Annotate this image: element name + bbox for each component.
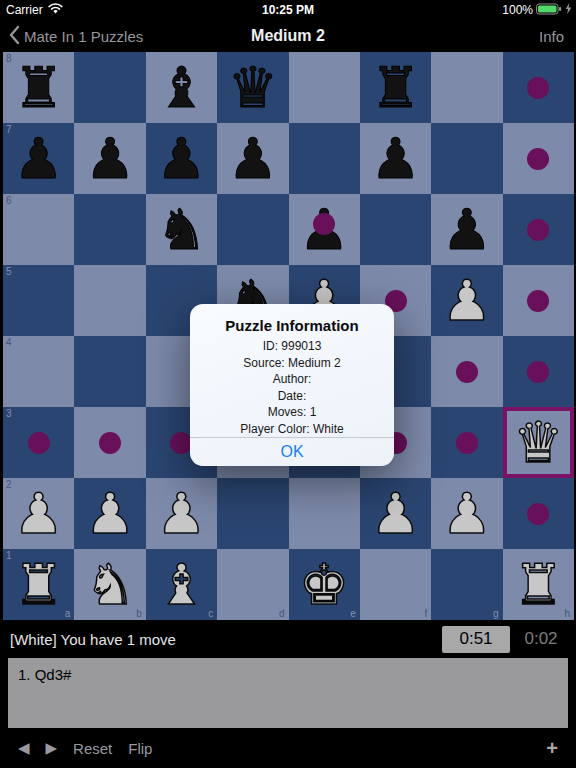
dialog-line-moves: Moves: 1 xyxy=(190,404,394,421)
square-c8[interactable]: ♝ xyxy=(146,52,217,123)
timer-secondary: 0:02 xyxy=(510,629,572,649)
white-pawn: ♟ xyxy=(74,478,145,549)
square-g3[interactable] xyxy=(431,407,502,478)
square-a1[interactable]: 1a♜ xyxy=(3,549,74,620)
square-h8[interactable] xyxy=(503,52,574,123)
battery-icon xyxy=(536,3,562,18)
ok-button[interactable]: OK xyxy=(190,438,394,466)
file-label-g: g xyxy=(493,608,499,619)
timer-main: 0:51 xyxy=(442,626,510,653)
turn-bar: [White] You have 1 move 0:51 0:02 xyxy=(0,620,576,658)
square-b6[interactable] xyxy=(74,194,145,265)
white-king: ♚ xyxy=(289,549,360,620)
move-dot xyxy=(99,432,121,454)
white-bishop: ♝ xyxy=(146,549,217,620)
white-pawn: ♟ xyxy=(431,478,502,549)
square-b3[interactable] xyxy=(74,407,145,478)
rank-label-5: 5 xyxy=(6,266,12,277)
black-rook: ♜ xyxy=(360,52,431,123)
move-dot xyxy=(527,148,549,170)
square-c1[interactable]: c♝ xyxy=(146,549,217,620)
file-label-f: f xyxy=(424,608,427,619)
file-label-d: d xyxy=(279,608,285,619)
move-dot xyxy=(28,432,50,454)
square-g8[interactable] xyxy=(431,52,502,123)
black-pawn: ♟ xyxy=(360,123,431,194)
white-pawn: ♟ xyxy=(146,478,217,549)
next-move-button[interactable]: ▶ xyxy=(46,739,58,757)
wifi-icon xyxy=(48,3,63,17)
chevron-left-icon xyxy=(8,25,20,48)
turn-message: [White] You have 1 move xyxy=(10,631,176,648)
square-g6[interactable]: ♟ xyxy=(431,194,502,265)
rank-label-4: 4 xyxy=(6,337,12,348)
back-button[interactable]: Mate In 1 Puzzles xyxy=(8,25,143,48)
square-a5[interactable]: 5 xyxy=(3,265,74,336)
dialog-title: Puzzle Information xyxy=(190,317,394,334)
square-b5[interactable] xyxy=(74,265,145,336)
square-d6[interactable] xyxy=(217,194,288,265)
white-queen: ♛ xyxy=(503,407,574,478)
dialog-line-author: Author: xyxy=(190,371,394,388)
square-b1[interactable]: b♞ xyxy=(74,549,145,620)
dialog-line-id: ID: 999013 xyxy=(190,338,394,355)
white-pawn: ♟ xyxy=(360,478,431,549)
white-rook: ♜ xyxy=(503,549,574,620)
white-rook: ♜ xyxy=(3,549,74,620)
square-a7[interactable]: 7♟ xyxy=(3,123,74,194)
move-dot xyxy=(527,219,549,241)
square-f7[interactable]: ♟ xyxy=(360,123,431,194)
square-e8[interactable] xyxy=(289,52,360,123)
black-pawn: ♟ xyxy=(3,123,74,194)
square-e7[interactable] xyxy=(289,123,360,194)
dialog-line-source: Source: Medium 2 xyxy=(190,355,394,372)
square-h6[interactable] xyxy=(503,194,574,265)
square-d8[interactable]: ♛ xyxy=(217,52,288,123)
rank-label-3: 3 xyxy=(6,408,12,419)
black-pawn: ♟ xyxy=(146,123,217,194)
square-h1[interactable]: h♜ xyxy=(503,549,574,620)
toolbar: ◀ ▶ Reset Flip + xyxy=(0,728,576,768)
prev-move-button[interactable]: ◀ xyxy=(18,739,30,757)
white-knight: ♞ xyxy=(74,549,145,620)
move-text: 1. Qd3# xyxy=(18,666,71,683)
white-pawn: ♟ xyxy=(431,265,502,336)
battery-percent: 100% xyxy=(502,3,533,17)
reset-button[interactable]: Reset xyxy=(73,740,112,757)
square-g5[interactable]: ♟ xyxy=(431,265,502,336)
square-g1[interactable]: g xyxy=(431,549,502,620)
clock: 10:25 PM xyxy=(0,3,576,17)
square-e6[interactable]: ♟ xyxy=(289,194,360,265)
square-b8[interactable] xyxy=(74,52,145,123)
square-g4[interactable] xyxy=(431,336,502,407)
dialog-line-date: Date: xyxy=(190,388,394,405)
move-dot xyxy=(313,213,335,235)
square-d2[interactable] xyxy=(217,478,288,549)
move-dot xyxy=(527,77,549,99)
square-c2[interactable]: ♟ xyxy=(146,478,217,549)
black-bishop: ♝ xyxy=(146,52,217,123)
black-knight: ♞ xyxy=(146,194,217,265)
square-f2[interactable]: ♟ xyxy=(360,478,431,549)
square-b2[interactable]: ♟ xyxy=(74,478,145,549)
square-e1[interactable]: e♚ xyxy=(289,549,360,620)
status-bar: Carrier 10:25 PM 100% xyxy=(0,0,576,20)
black-rook: ♜ xyxy=(3,52,74,123)
square-h7[interactable] xyxy=(503,123,574,194)
move-dot xyxy=(456,361,478,383)
square-c7[interactable]: ♟ xyxy=(146,123,217,194)
square-g7[interactable] xyxy=(431,123,502,194)
black-pawn: ♟ xyxy=(217,123,288,194)
square-a3[interactable]: 3 xyxy=(3,407,74,478)
square-d7[interactable]: ♟ xyxy=(217,123,288,194)
square-g2[interactable]: ♟ xyxy=(431,478,502,549)
puzzle-info-dialog: Puzzle Information ID: 999013 Source: Me… xyxy=(190,304,394,466)
black-queen: ♛ xyxy=(217,52,288,123)
square-a8[interactable]: 8♜ xyxy=(3,52,74,123)
dialog-line-player-color: Player Color: White xyxy=(190,421,394,438)
square-a4[interactable]: 4 xyxy=(3,336,74,407)
square-f8[interactable]: ♜ xyxy=(360,52,431,123)
move-dot xyxy=(527,361,549,383)
back-label: Mate In 1 Puzzles xyxy=(24,28,143,45)
square-f1[interactable]: f xyxy=(360,549,431,620)
square-c6[interactable]: ♞ xyxy=(146,194,217,265)
move-dot xyxy=(527,290,549,312)
square-h5[interactable] xyxy=(503,265,574,336)
carrier-label: Carrier xyxy=(6,3,43,17)
black-pawn: ♟ xyxy=(74,123,145,194)
square-b4[interactable] xyxy=(74,336,145,407)
rank-label-6: 6 xyxy=(6,195,12,206)
square-f6[interactable] xyxy=(360,194,431,265)
info-button[interactable]: Info xyxy=(539,28,564,45)
square-h4[interactable] xyxy=(503,336,574,407)
square-h3[interactable]: ♛ xyxy=(503,407,574,478)
square-a2[interactable]: 2♟ xyxy=(3,478,74,549)
square-d1[interactable]: d xyxy=(217,549,288,620)
move-dot xyxy=(456,432,478,454)
move-dot xyxy=(527,503,549,525)
add-button[interactable]: + xyxy=(546,737,558,760)
white-pawn: ♟ xyxy=(3,478,74,549)
nav-bar: Mate In 1 Puzzles Medium 2 Info xyxy=(0,20,576,52)
square-a6[interactable]: 6 xyxy=(3,194,74,265)
square-e2[interactable] xyxy=(289,478,360,549)
square-h2[interactable] xyxy=(503,478,574,549)
square-b7[interactable]: ♟ xyxy=(74,123,145,194)
move-list[interactable]: 1. Qd3# xyxy=(8,658,568,728)
black-pawn: ♟ xyxy=(431,194,502,265)
flip-button[interactable]: Flip xyxy=(128,740,152,757)
charging-bolt-icon xyxy=(565,3,572,17)
